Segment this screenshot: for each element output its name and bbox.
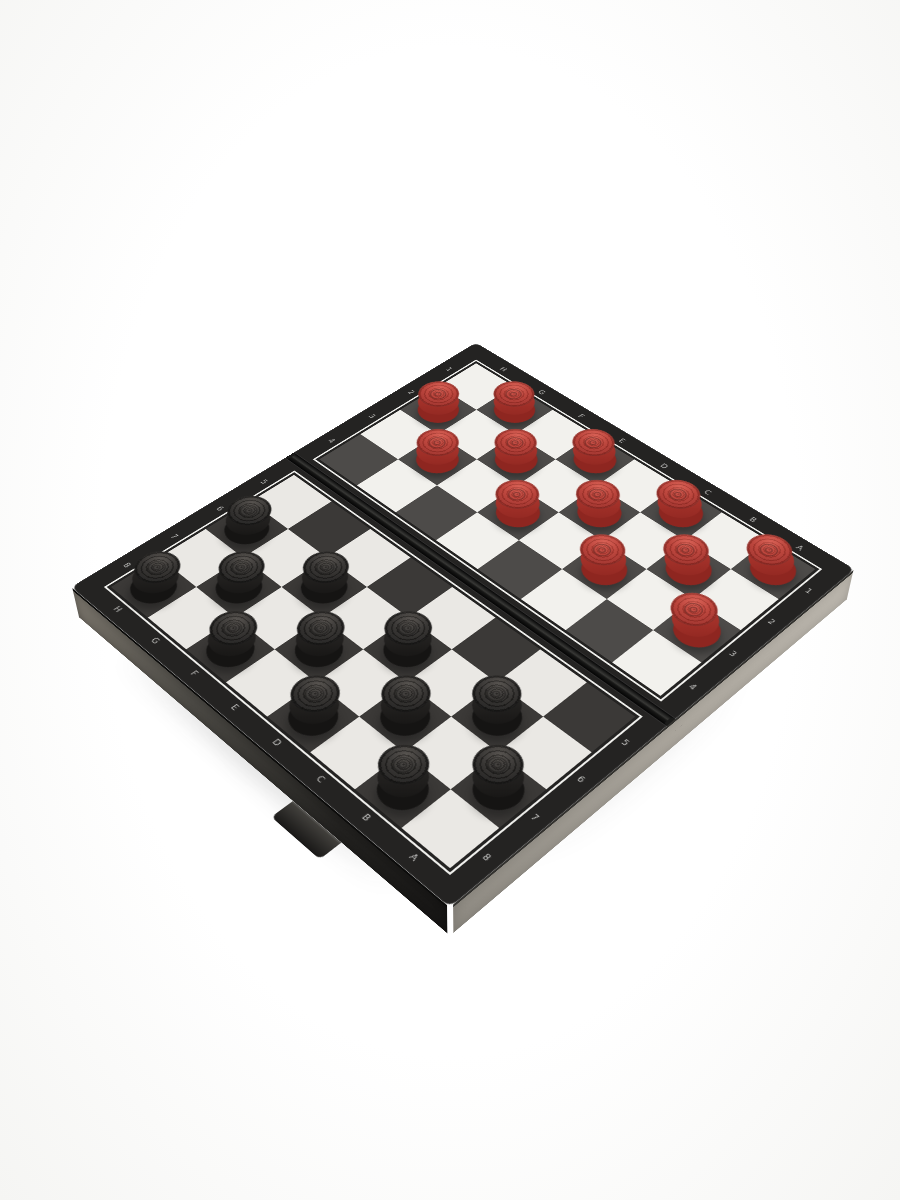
coord-label-rank-6-right: 6 [575,775,587,784]
square-c5[interactable] [452,618,541,683]
checker-engraving-rings-icon: ◎ [586,538,620,561]
checker-top: ◎ [367,737,439,793]
square-a3[interactable]: ◎ [653,599,741,662]
coord-label-file-d-top: D [659,463,669,470]
square-a8[interactable] [401,789,499,868]
checker-engraving-rings-icon: ◎ [216,615,252,641]
coord-label-file-f-bottom: F [189,669,200,677]
square-b3[interactable] [607,569,693,630]
square-c7[interactable]: ◎ [359,682,451,752]
checker-black-e7[interactable]: ◎ [285,625,353,675]
square-b5[interactable] [497,649,587,716]
coord-label-rank-7-right: 7 [529,813,541,823]
square-d6[interactable]: ◎ [363,618,452,683]
checker-engraving-rings-icon: ◎ [480,749,518,779]
coord-label-file-d-bottom: D [271,738,284,748]
coord-label-rank-1-left: 1 [444,367,453,373]
square-a6[interactable] [498,717,592,790]
checker-base [278,690,349,744]
checker-base [370,690,441,744]
square-c8[interactable] [310,717,404,790]
checker-engraving-rings-icon: ◎ [388,679,425,707]
coord-label-file-h-bottom: H [112,605,124,613]
coord-label-file-b-bottom: B [360,813,372,823]
checker-engraving-rings-icon: ◎ [670,538,704,561]
checker-black-d8[interactable]: ◎ [278,690,349,744]
board-assembly: 11223344HGFEDCBA◎◎◎◎◎◎◎◎◎◎◎◎55667788HGFE… [71,343,854,908]
coord-label-file-e-bottom: E [229,703,240,711]
checker-base [462,690,533,744]
checker-engraving-rings-icon: ◎ [500,432,532,452]
checker-engraving-rings-icon: ◎ [304,615,340,641]
checker-top: ◎ [280,668,350,720]
checker-black-h8[interactable]: ◎ [121,564,186,610]
square-f7[interactable] [235,587,322,649]
coord-label-rank-5-right: 5 [620,738,631,747]
checker-mid [286,614,353,663]
square-e7[interactable]: ◎ [275,618,364,683]
checker-engraving-rings-icon: ◎ [499,384,530,403]
coord-label-file-a-bottom: A [407,852,420,862]
checker-base [285,625,353,675]
checker-mid [374,614,441,663]
photo-canvas: { "scene": { "description": "Folding mag… [0,0,900,1200]
checker-mid [367,749,440,806]
checker-base [374,625,442,675]
checker-black-f8[interactable]: ◎ [196,625,264,675]
coord-label-rank-2-right: 2 [766,618,776,626]
coord-label-file-c-top: C [703,489,713,496]
coord-label-file-h-top: H [498,366,508,372]
square-b7[interactable] [404,717,498,790]
checker-engraving-rings-icon: ◎ [677,596,712,621]
checker-engraving-rings-icon: ◎ [578,432,610,452]
coord-label-file-g-top: G [537,389,547,395]
checker-top: ◎ [462,737,534,793]
checker-mid [462,679,532,732]
checker-black-c7[interactable]: ◎ [370,690,441,744]
square-c4[interactable] [521,569,607,630]
coord-label-rank-5-left: 5 [259,479,269,485]
square-e8[interactable] [226,649,316,716]
checker-top: ◎ [200,604,267,652]
square-b6[interactable]: ◎ [451,682,543,752]
square-d5[interactable] [409,587,496,649]
checker-top: ◎ [287,604,354,652]
checker-red-a3[interactable]: ◎ [663,606,730,655]
coord-label-rank-3-right: 3 [727,650,738,658]
checker-base [462,761,535,819]
checker-black-b8[interactable]: ◎ [366,761,439,819]
checker-engraving-rings-icon: ◎ [391,615,427,641]
checker-base [366,761,439,819]
checker-mid [198,614,265,663]
checker-black-d6[interactable]: ◎ [374,625,442,675]
coord-label-rank-4-right: 4 [687,683,698,691]
square-a2[interactable] [693,569,779,630]
coord-label-file-a-top: A [794,544,804,551]
checker-base [663,606,730,655]
checker-black-b6[interactable]: ◎ [462,690,533,744]
checker-engraving-rings-icon: ◎ [424,384,455,403]
checker-top: ◎ [462,668,532,720]
coord-label-rank-2-left: 2 [406,389,415,395]
checker-engraving-rings-icon: ◎ [233,499,267,521]
square-b8[interactable]: ◎ [355,752,451,828]
checker-engraving-rings-icon: ◎ [225,555,260,579]
checker-base [196,625,264,675]
square-b4[interactable] [566,599,654,662]
square-f8[interactable]: ◎ [186,618,275,683]
checker-top: ◎ [371,668,441,720]
square-e6[interactable] [322,587,409,649]
checker-black-a7[interactable]: ◎ [462,761,535,819]
checker-top: ◎ [661,586,727,633]
checker-engraving-rings-icon: ◎ [582,483,615,505]
square-g8[interactable] [148,587,235,649]
square-a4[interactable] [612,630,701,696]
travel-checkers-set: 11223344HGFEDCBA◎◎◎◎◎◎◎◎◎◎◎◎55667788HGFE… [71,343,854,908]
checker-engraving-rings-icon: ◎ [141,555,176,579]
coord-label-file-f-top: F [577,413,586,419]
square-a5[interactable] [543,682,635,752]
checker-mid [662,596,729,644]
checker-mid [371,679,441,732]
checker-engraving-rings-icon: ◎ [753,538,786,561]
coord-label-file-e-top: E [617,438,626,444]
coord-label-file-c-bottom: C [314,775,326,785]
checker-top: ◎ [375,604,442,652]
checker-engraving-rings-icon: ◎ [385,749,424,779]
square-c6[interactable] [406,649,496,716]
checker-engraving-rings-icon: ◎ [663,483,695,505]
square-d8[interactable]: ◎ [267,682,359,752]
checker-engraving-rings-icon: ◎ [309,555,344,579]
coord-label-rank-1-right: 1 [803,587,813,594]
checker-engraving-rings-icon: ◎ [502,483,535,505]
coord-label-rank-7-left: 7 [169,533,179,540]
coord-label-rank-6-left: 6 [215,505,225,512]
checker-engraving-rings-icon: ◎ [479,679,516,707]
square-a7[interactable]: ◎ [451,752,547,828]
coord-label-rank-3-left: 3 [367,413,376,419]
checker-mid [279,679,349,732]
checker-engraving-rings-icon: ◎ [422,432,454,452]
square-d7[interactable] [316,649,406,716]
coord-label-file-g-bottom: G [149,637,161,646]
coord-label-rank-8-left: 8 [121,562,132,569]
coord-label-rank-4-left: 4 [327,438,337,444]
checker-engraving-rings-icon: ◎ [297,679,334,707]
coord-label-file-b-top: B [748,516,758,523]
coord-label-rank-8-right: 8 [480,852,492,862]
checker-red-a1[interactable]: ◎ [741,547,806,592]
checker-mid [462,749,535,806]
